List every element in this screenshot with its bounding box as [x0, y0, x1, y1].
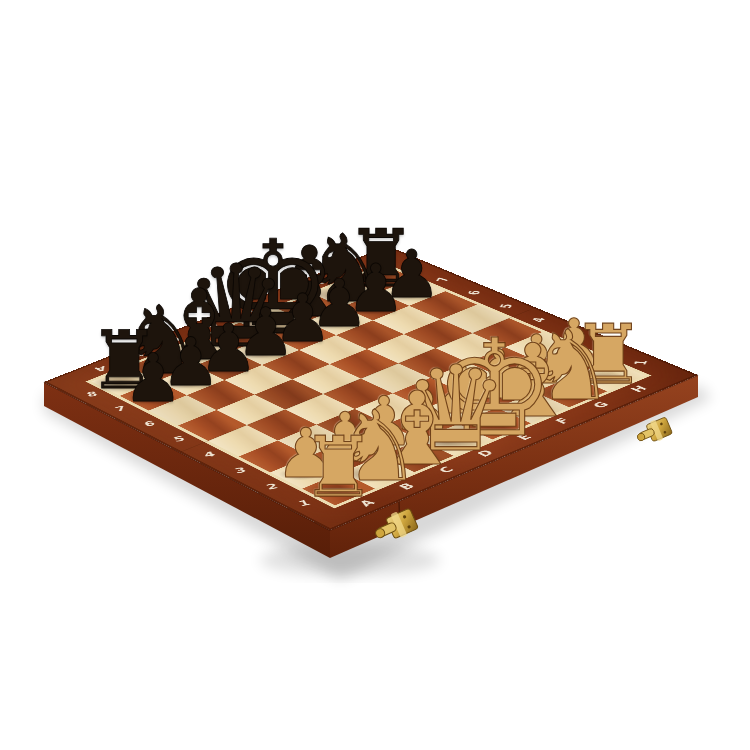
piece-black-pawn[interactable]: ♟	[123, 345, 183, 412]
piece-white-rook[interactable]: ♜	[301, 425, 376, 508]
chess-set-photo: 88AA77BB66CC55DD44EE33FF22GG11HH ♜♞♝♛♚♝♞…	[0, 0, 750, 750]
pieces-layer: ♜♞♝♛♚♝♞♜♟♟♟♟♟♟♟♟♟♟♟♟♟♟♟♟♜♞♝♛♚♝♞♜	[0, 0, 750, 750]
